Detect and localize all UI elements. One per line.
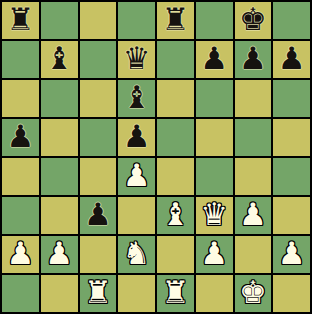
square-g4[interactable] [235,158,272,195]
square-e7[interactable] [157,41,194,78]
square-d6[interactable]: ♝ [118,80,155,117]
square-h2[interactable]: ♟ [273,236,310,273]
square-d1[interactable] [118,275,155,312]
white-bishop[interactable]: ♝ [161,199,189,230]
square-d8[interactable] [118,2,155,39]
square-b6[interactable] [41,80,78,117]
square-h6[interactable] [273,80,310,117]
square-h1[interactable] [273,275,310,312]
square-a5[interactable]: ♟ [2,119,39,156]
square-a8[interactable]: ♜ [2,2,39,39]
square-f3[interactable]: ♛ [196,197,233,234]
square-h7[interactable]: ♟ [273,41,310,78]
square-a4[interactable] [2,158,39,195]
square-d4[interactable]: ♟ [118,158,155,195]
white-pawn[interactable]: ♟ [123,160,151,191]
square-h5[interactable] [273,119,310,156]
square-c4[interactable] [80,158,117,195]
white-pawn[interactable]: ♟ [278,238,306,269]
square-d5[interactable]: ♟ [118,119,155,156]
black-pawn[interactable]: ♟ [84,199,112,230]
white-pawn[interactable]: ♟ [45,238,73,269]
chess-board: ♜♜♚♝♛♟♟♟♝♟♟♟♟♝♛♟♟♟♞♟♟♜♜♚ [0,0,312,314]
square-h4[interactable] [273,158,310,195]
square-b4[interactable] [41,158,78,195]
square-f1[interactable] [196,275,233,312]
white-pawn[interactable]: ♟ [6,238,34,269]
white-queen[interactable]: ♛ [200,199,228,230]
square-e6[interactable] [157,80,194,117]
square-f7[interactable]: ♟ [196,41,233,78]
black-queen[interactable]: ♛ [123,43,151,74]
square-c1[interactable]: ♜ [80,275,117,312]
square-c2[interactable] [80,236,117,273]
square-c6[interactable] [80,80,117,117]
square-e5[interactable] [157,119,194,156]
square-a1[interactable] [2,275,39,312]
square-h8[interactable] [273,2,310,39]
black-pawn[interactable]: ♟ [123,121,151,152]
square-e2[interactable] [157,236,194,273]
square-b7[interactable]: ♝ [41,41,78,78]
square-a7[interactable] [2,41,39,78]
square-c3[interactable]: ♟ [80,197,117,234]
square-c7[interactable] [80,41,117,78]
black-pawn[interactable]: ♟ [200,43,228,74]
square-g2[interactable] [235,236,272,273]
white-pawn[interactable]: ♟ [200,238,228,269]
square-b3[interactable] [41,197,78,234]
square-g1[interactable]: ♚ [235,275,272,312]
square-f6[interactable] [196,80,233,117]
square-f5[interactable] [196,119,233,156]
square-e8[interactable]: ♜ [157,2,194,39]
square-g7[interactable]: ♟ [235,41,272,78]
square-b5[interactable] [41,119,78,156]
black-pawn[interactable]: ♟ [6,121,34,152]
square-h3[interactable] [273,197,310,234]
square-g3[interactable]: ♟ [235,197,272,234]
square-b1[interactable] [41,275,78,312]
square-c5[interactable] [80,119,117,156]
square-e3[interactable]: ♝ [157,197,194,234]
square-f8[interactable] [196,2,233,39]
square-b8[interactable] [41,2,78,39]
black-pawn[interactable]: ♟ [278,43,306,74]
white-rook[interactable]: ♜ [161,277,189,308]
square-a6[interactable] [2,80,39,117]
chess-board-window: ♜♜♚♝♛♟♟♟♝♟♟♟♟♝♛♟♟♟♞♟♟♜♜♚ [0,0,312,314]
square-g5[interactable] [235,119,272,156]
black-rook[interactable]: ♜ [6,4,34,35]
square-g8[interactable]: ♚ [235,2,272,39]
square-d3[interactable] [118,197,155,234]
square-e4[interactable] [157,158,194,195]
black-bishop[interactable]: ♝ [45,43,73,74]
square-d7[interactable]: ♛ [118,41,155,78]
square-e1[interactable]: ♜ [157,275,194,312]
square-f2[interactable]: ♟ [196,236,233,273]
square-g6[interactable] [235,80,272,117]
black-bishop[interactable]: ♝ [123,82,151,113]
white-rook[interactable]: ♜ [84,277,112,308]
black-pawn[interactable]: ♟ [239,43,267,74]
black-king[interactable]: ♚ [239,4,267,35]
square-a2[interactable]: ♟ [2,236,39,273]
square-f4[interactable] [196,158,233,195]
square-d2[interactable]: ♞ [118,236,155,273]
white-king[interactable]: ♚ [239,277,267,308]
square-a3[interactable] [2,197,39,234]
black-rook[interactable]: ♜ [161,4,189,35]
square-c8[interactable] [80,2,117,39]
white-pawn[interactable]: ♟ [239,199,267,230]
square-b2[interactable]: ♟ [41,236,78,273]
white-knight[interactable]: ♞ [123,238,151,269]
